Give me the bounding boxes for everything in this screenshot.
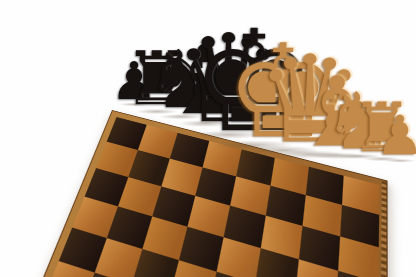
piece-lineup: ♟♜♞♝♛♚♚♛♝♞♜♟ [0, 0, 416, 277]
chess-set-photo: ♟♜♞♝♛♚♚♛♝♞♜♟ [0, 0, 416, 277]
white-pawn-piece: ♟ [376, 109, 416, 163]
